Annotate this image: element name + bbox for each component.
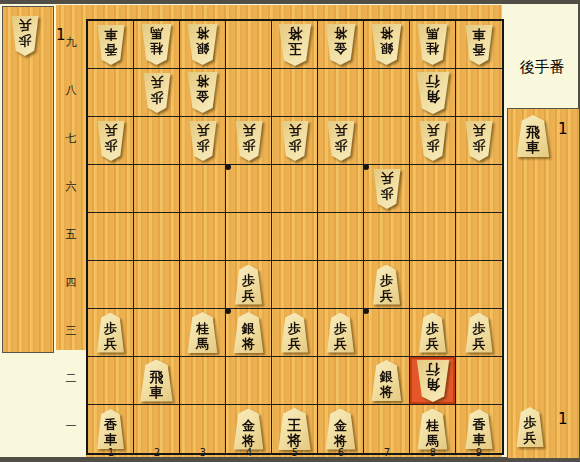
sente-piece-face: 角行 <box>415 360 451 402</box>
piece-kanji: 歩 <box>19 33 32 48</box>
shogi-piece-金将: 金将 <box>324 409 357 450</box>
gote-piece-face: 歩兵 <box>280 313 310 353</box>
shogi-app: 歩兵 飛車歩兵 香車桂馬銀将玉将金将銀将桂馬香車歩兵金将角行歩兵歩兵歩兵歩兵歩兵… <box>0 0 580 462</box>
cell-54[interactable] <box>272 261 318 309</box>
sente-piece-face: 角行 <box>415 72 451 114</box>
cell-63[interactable]: 歩兵 <box>318 309 364 357</box>
piece-kanji: 歩 <box>524 415 537 430</box>
piece-kanji: 桂 <box>196 321 209 336</box>
rank-label-九: 九 <box>58 37 84 49</box>
piece-kanji: 銀 <box>380 41 393 56</box>
shogi-piece-歩兵: 歩兵 <box>96 313 126 353</box>
cell-19[interactable]: 香車 <box>88 21 134 69</box>
gote-hand-stand: 飛車歩兵 <box>507 108 580 459</box>
cell-25[interactable] <box>134 213 180 261</box>
sente-piece-face: 金将 <box>186 72 219 113</box>
gote-piece-face: 銀将 <box>370 360 403 401</box>
shogi-piece-歩兵: 歩兵 <box>188 121 218 161</box>
piece-kanji: 兵 <box>426 336 439 351</box>
piece-kanji: 将 <box>380 384 393 399</box>
cell-36[interactable] <box>180 165 226 213</box>
cell-32[interactable] <box>180 357 226 405</box>
shogi-piece-玉将: 玉将 <box>277 24 313 66</box>
gote-hand-count-rook: 1 <box>558 120 568 138</box>
star-point <box>363 164 369 170</box>
gote-piece-face: 香車 <box>96 409 126 449</box>
shogi-piece-歩兵: 歩兵 <box>234 265 264 305</box>
sente-piece-face: 香車 <box>96 25 126 65</box>
gote-piece-face: 銀将 <box>232 312 265 353</box>
piece-kanji: 香 <box>473 42 486 57</box>
cell-66[interactable] <box>318 165 364 213</box>
file-label-2: 2 <box>134 448 180 458</box>
gote-piece-face: 王将 <box>277 408 313 450</box>
piece-kanji: 桂 <box>426 418 439 433</box>
piece-kanji: 香 <box>473 417 486 432</box>
gote-piece-face: 歩兵 <box>234 265 264 305</box>
piece-kanji: 将 <box>242 433 255 448</box>
piece-kanji: 兵 <box>524 430 537 445</box>
gote-piece-face: 歩兵 <box>96 313 126 353</box>
cell-76[interactable]: 歩兵 <box>364 165 410 213</box>
shogi-piece-桂馬: 桂馬 <box>416 24 449 65</box>
piece-kanji: 兵 <box>334 123 347 138</box>
cell-92[interactable] <box>456 357 502 405</box>
sente-piece-face: 歩兵 <box>234 121 264 161</box>
piece-kanji: 兵 <box>426 123 439 138</box>
cell-78[interactable] <box>364 69 410 117</box>
shogi-piece-金将: 金将 <box>186 72 219 113</box>
shogi-piece-歩兵: 歩兵 <box>372 265 402 305</box>
cell-59[interactable]: 玉将 <box>272 21 318 69</box>
shogi-piece-歩兵: 歩兵 <box>142 73 172 113</box>
shogi-piece-歩兵: 歩兵 <box>280 313 310 353</box>
cell-17[interactable]: 歩兵 <box>88 117 134 165</box>
shogi-piece-歩兵: 歩兵 <box>372 169 402 209</box>
piece-kanji: 兵 <box>288 336 301 351</box>
piece-kanji: 将 <box>288 26 302 41</box>
piece-kanji: 兵 <box>334 336 347 351</box>
piece-kanji: 兵 <box>288 123 301 138</box>
cell-56[interactable] <box>272 165 318 213</box>
piece-kanji: 車 <box>150 385 164 400</box>
piece-kanji: 歩 <box>473 138 486 153</box>
piece-kanji: 飛 <box>526 125 540 140</box>
gote-piece-face: 歩兵 <box>515 407 545 447</box>
piece-kanji: 将 <box>242 336 255 351</box>
piece-kanji: 銀 <box>380 369 393 384</box>
rank-label-三: 三 <box>58 325 84 337</box>
cell-87[interactable]: 歩兵 <box>410 117 456 165</box>
cell-67[interactable]: 歩兵 <box>318 117 364 165</box>
sente-piece-face: 歩兵 <box>188 121 218 161</box>
cell-85[interactable] <box>410 213 456 261</box>
shogi-piece-香車: 香車 <box>96 409 126 449</box>
file-label-4: 4 <box>226 448 272 458</box>
shogi-piece-金将: 金将 <box>232 409 265 450</box>
gote-piece-face: 歩兵 <box>326 313 356 353</box>
hand-piece-飛車[interactable]: 飛車 <box>515 115 551 157</box>
piece-kanji: 馬 <box>196 336 209 351</box>
shogi-piece-歩兵: 歩兵 <box>418 313 448 353</box>
star-point <box>225 308 231 314</box>
file-label-9: 9 <box>456 448 502 458</box>
cell-89[interactable]: 桂馬 <box>410 21 456 69</box>
piece-kanji: 金 <box>334 41 347 56</box>
piece-kanji: 兵 <box>150 75 163 90</box>
sente-piece-face: 銀将 <box>370 24 403 65</box>
cell-31[interactable] <box>180 405 226 453</box>
cell-41[interactable]: 金将 <box>226 405 272 453</box>
gote-piece-face: 歩兵 <box>372 265 402 305</box>
piece-kanji: 歩 <box>150 90 163 105</box>
piece-kanji: 桂 <box>150 41 163 56</box>
shogi-piece-歩兵: 歩兵 <box>96 121 126 161</box>
shogi-piece-銀将: 銀将 <box>370 24 403 65</box>
gote-hand-count-pawn: 1 <box>558 410 568 428</box>
piece-kanji: 金 <box>242 418 255 433</box>
shogi-piece-歩兵: 歩兵 <box>280 121 310 161</box>
piece-kanji: 兵 <box>473 336 486 351</box>
sente-piece-face: 銀将 <box>186 24 219 65</box>
cell-61[interactable]: 金将 <box>318 405 364 453</box>
shogi-piece-香車: 香車 <box>96 25 126 65</box>
hand-piece-歩兵[interactable]: 歩兵 <box>10 16 40 56</box>
piece-kanji: 歩 <box>334 321 347 336</box>
shogi-piece-香車: 香車 <box>464 409 494 449</box>
cell-43[interactable]: 銀将 <box>226 309 272 357</box>
piece-kanji: 馬 <box>426 433 439 448</box>
star-point <box>363 308 369 314</box>
sente-piece-face: 歩兵 <box>96 121 126 161</box>
cell-71[interactable] <box>364 405 410 453</box>
cell-62[interactable] <box>318 357 364 405</box>
shogi-piece-角行: 角行 <box>415 72 451 114</box>
gote-piece-face: 桂馬 <box>416 409 449 450</box>
piece-kanji: 銀 <box>196 41 209 56</box>
piece-kanji: 歩 <box>242 273 255 288</box>
cell-24[interactable] <box>134 261 180 309</box>
sente-piece-face: 金将 <box>324 24 357 65</box>
shogi-piece-銀将: 銀将 <box>186 24 219 65</box>
shogi-piece-歩兵: 歩兵 <box>464 121 494 161</box>
piece-kanji: 歩 <box>288 321 301 336</box>
piece-kanji: 歩 <box>104 321 117 336</box>
piece-kanji: 歩 <box>380 273 393 288</box>
sente-hand-stand: 歩兵 <box>2 6 54 353</box>
file-label-5: 5 <box>272 448 318 458</box>
cell-83[interactable]: 歩兵 <box>410 309 456 357</box>
shogi-piece-歩兵: 歩兵 <box>326 121 356 161</box>
cell-69[interactable]: 金将 <box>318 21 364 69</box>
piece-kanji: 車 <box>473 432 486 447</box>
cell-57[interactable]: 歩兵 <box>272 117 318 165</box>
piece-kanji: 将 <box>334 433 347 448</box>
cell-77[interactable] <box>364 117 410 165</box>
cell-99[interactable]: 香車 <box>456 21 502 69</box>
cell-75[interactable] <box>364 213 410 261</box>
gote-piece-face: 歩兵 <box>418 313 448 353</box>
shogi-piece-歩兵: 歩兵 <box>234 121 264 161</box>
gote-piece-face: 桂馬 <box>186 312 219 353</box>
piece-kanji: 桂 <box>426 41 439 56</box>
cell-47[interactable]: 歩兵 <box>226 117 272 165</box>
cell-68[interactable] <box>318 69 364 117</box>
cell-15[interactable] <box>88 213 134 261</box>
shogi-piece-王将: 王将 <box>277 408 313 450</box>
piece-kanji: 行 <box>426 74 440 89</box>
background-patch <box>56 350 86 457</box>
cell-58[interactable] <box>272 69 318 117</box>
piece-kanji: 歩 <box>426 138 439 153</box>
gote-piece-face: 香車 <box>464 409 494 449</box>
piece-kanji: 玉 <box>288 41 302 56</box>
cell-65[interactable] <box>318 213 364 261</box>
piece-kanji: 歩 <box>334 138 347 153</box>
cell-26[interactable] <box>134 165 180 213</box>
piece-kanji: 歩 <box>242 138 255 153</box>
piece-kanji: 歩 <box>473 321 486 336</box>
piece-kanji: 将 <box>196 74 209 89</box>
piece-kanji: 香 <box>104 42 117 57</box>
file-label-1: 1 <box>88 448 134 458</box>
gote-piece-face: 金将 <box>232 409 265 450</box>
file-label-8: 8 <box>410 448 456 458</box>
cell-93[interactable]: 歩兵 <box>456 309 502 357</box>
piece-kanji: 兵 <box>242 123 255 138</box>
cell-13[interactable]: 歩兵 <box>88 309 134 357</box>
piece-kanji: 兵 <box>473 123 486 138</box>
shogi-piece-歩兵: 歩兵 <box>464 313 494 353</box>
rank-label-六: 六 <box>58 181 84 193</box>
gote-piece-face: 飛車 <box>515 115 551 157</box>
shogi-piece-桂馬: 桂馬 <box>416 409 449 450</box>
shogi-piece-歩兵: 歩兵 <box>515 407 545 447</box>
shogi-piece-飛車: 飛車 <box>515 115 551 157</box>
cell-29[interactable]: 桂馬 <box>134 21 180 69</box>
cell-12[interactable] <box>88 357 134 405</box>
piece-kanji: 車 <box>473 27 486 42</box>
cell-98[interactable] <box>456 69 502 117</box>
piece-kanji: 将 <box>380 26 393 41</box>
piece-kanji: 兵 <box>104 123 117 138</box>
shogi-piece-桂馬: 桂馬 <box>140 24 173 65</box>
cell-14[interactable] <box>88 261 134 309</box>
cell-53[interactable]: 歩兵 <box>272 309 318 357</box>
shogi-piece-桂馬: 桂馬 <box>186 312 219 353</box>
shogi-piece-香車: 香車 <box>464 25 494 65</box>
piece-kanji: 歩 <box>380 186 393 201</box>
cell-74[interactable]: 歩兵 <box>364 261 410 309</box>
cell-45[interactable] <box>226 213 272 261</box>
cell-72[interactable]: 銀将 <box>364 357 410 405</box>
sente-piece-face: 歩兵 <box>10 16 40 56</box>
piece-kanji: 歩 <box>196 138 209 153</box>
piece-kanji: 兵 <box>380 171 393 186</box>
file-label-7: 7 <box>364 448 410 458</box>
piece-kanji: 金 <box>334 418 347 433</box>
cell-95[interactable] <box>456 213 502 261</box>
gote-piece-face: 金将 <box>324 409 357 450</box>
piece-kanji: 兵 <box>104 336 117 351</box>
piece-kanji: 車 <box>104 27 117 42</box>
sente-piece-face: 玉将 <box>277 24 313 66</box>
piece-kanji: 車 <box>526 140 540 155</box>
piece-kanji: 兵 <box>19 18 32 33</box>
hand-piece-歩兵[interactable]: 歩兵 <box>515 407 545 447</box>
rank-label-一: 一 <box>58 421 84 433</box>
piece-kanji: 将 <box>196 26 209 41</box>
cell-21[interactable] <box>134 405 180 453</box>
piece-kanji: 兵 <box>380 288 393 303</box>
shogi-piece-歩兵: 歩兵 <box>10 16 40 56</box>
cell-96[interactable] <box>456 165 502 213</box>
cell-33[interactable]: 桂馬 <box>180 309 226 357</box>
rank-label-五: 五 <box>58 229 84 241</box>
rank-label-四: 四 <box>58 277 84 289</box>
piece-kanji: 歩 <box>426 321 439 336</box>
cell-64[interactable] <box>318 261 364 309</box>
piece-kanji: 飛 <box>150 370 164 385</box>
star-point <box>225 164 231 170</box>
shogi-piece-角行: 角行 <box>415 360 451 402</box>
cell-22[interactable]: 飛車 <box>134 357 180 405</box>
piece-kanji: 車 <box>104 432 117 447</box>
piece-kanji: 馬 <box>426 26 439 41</box>
cell-48[interactable] <box>226 69 272 117</box>
piece-kanji: 将 <box>288 433 302 448</box>
rank-label-七: 七 <box>58 133 84 145</box>
gote-piece-face: 歩兵 <box>464 313 494 353</box>
cell-44[interactable]: 歩兵 <box>226 261 272 309</box>
cell-39[interactable]: 銀将 <box>180 21 226 69</box>
piece-kanji: 将 <box>334 26 347 41</box>
turn-indicator: 後手番 <box>505 58 579 77</box>
piece-kanji: 香 <box>104 417 117 432</box>
cell-97[interactable]: 歩兵 <box>456 117 502 165</box>
cell-18[interactable] <box>88 69 134 117</box>
file-label-6: 6 <box>318 448 364 458</box>
cell-28[interactable]: 歩兵 <box>134 69 180 117</box>
cell-11[interactable]: 香車 <box>88 405 134 453</box>
shogi-piece-歩兵: 歩兵 <box>326 313 356 353</box>
file-label-3: 3 <box>180 448 226 458</box>
piece-kanji: 王 <box>288 418 302 433</box>
cell-82[interactable]: 角行 <box>410 357 456 405</box>
piece-kanji: 角 <box>426 377 440 392</box>
piece-kanji: 金 <box>196 89 209 104</box>
cell-52[interactable] <box>272 357 318 405</box>
gote-piece-face: 飛車 <box>139 360 175 402</box>
shogi-piece-歩兵: 歩兵 <box>418 121 448 161</box>
shogi-piece-金将: 金将 <box>324 24 357 65</box>
sente-piece-face: 歩兵 <box>464 121 494 161</box>
shogi-piece-銀将: 銀将 <box>232 312 265 353</box>
board-grid: 香車桂馬銀将玉将金将銀将桂馬香車歩兵金将角行歩兵歩兵歩兵歩兵歩兵歩兵歩兵歩兵歩兵… <box>86 19 504 455</box>
cell-23[interactable] <box>134 309 180 357</box>
shogi-piece-銀将: 銀将 <box>370 360 403 401</box>
cell-91[interactable]: 香車 <box>456 405 502 453</box>
cell-16[interactable] <box>88 165 134 213</box>
rank-label-八: 八 <box>58 85 84 97</box>
cell-42[interactable] <box>226 357 272 405</box>
cell-35[interactable] <box>180 213 226 261</box>
cell-88[interactable]: 角行 <box>410 69 456 117</box>
cell-81[interactable]: 桂馬 <box>410 405 456 453</box>
cell-27[interactable] <box>134 117 180 165</box>
cell-79[interactable]: 銀将 <box>364 21 410 69</box>
sente-piece-face: 歩兵 <box>142 73 172 113</box>
sente-piece-face: 桂馬 <box>140 24 173 65</box>
sente-piece-face: 歩兵 <box>372 169 402 209</box>
shogi-piece-飛車: 飛車 <box>139 360 175 402</box>
cell-86[interactable] <box>410 165 456 213</box>
piece-kanji: 銀 <box>242 321 255 336</box>
piece-kanji: 兵 <box>242 288 255 303</box>
cell-37[interactable]: 歩兵 <box>180 117 226 165</box>
sente-piece-face: 歩兵 <box>280 121 310 161</box>
piece-kanji: 角 <box>426 89 440 104</box>
cell-51[interactable]: 王将 <box>272 405 318 453</box>
sente-piece-face: 桂馬 <box>416 24 449 65</box>
cell-55[interactable] <box>272 213 318 261</box>
cell-34[interactable] <box>180 261 226 309</box>
cell-73[interactable] <box>364 309 410 357</box>
sente-piece-face: 香車 <box>464 25 494 65</box>
cell-49[interactable] <box>226 21 272 69</box>
sente-piece-face: 歩兵 <box>418 121 448 161</box>
cell-94[interactable] <box>456 261 502 309</box>
piece-kanji: 行 <box>426 362 440 377</box>
piece-kanji: 歩 <box>288 138 301 153</box>
piece-kanji: 歩 <box>104 138 117 153</box>
piece-kanji: 兵 <box>196 123 209 138</box>
piece-kanji: 馬 <box>150 26 163 41</box>
window-edge-top <box>0 0 580 4</box>
cell-38[interactable]: 金将 <box>180 69 226 117</box>
sente-piece-face: 歩兵 <box>326 121 356 161</box>
rank-label-二: 二 <box>58 373 84 385</box>
cell-84[interactable] <box>410 261 456 309</box>
cell-46[interactable] <box>226 165 272 213</box>
